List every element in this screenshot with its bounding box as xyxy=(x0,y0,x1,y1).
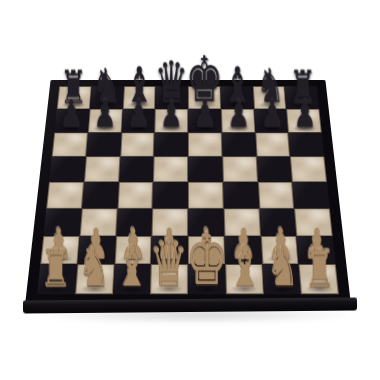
square-b6 xyxy=(86,132,121,156)
square-a5 xyxy=(49,157,86,182)
square-e1: ♚ xyxy=(188,264,226,294)
square-b7: ♟ xyxy=(88,109,123,132)
piece-contact-shadow xyxy=(117,285,146,294)
square-e7: ♟ xyxy=(188,109,221,132)
square-g2: ♟ xyxy=(260,236,298,265)
piece-contact-shadow xyxy=(225,102,250,109)
chess-set-photo: ♜♞♝♛♚♝♞♜♟♟♟♟♟♟♟♟♟♟♟♟♟♟♟♟♜♞♝♛♚♝♞♜ xyxy=(0,0,380,380)
square-f3 xyxy=(223,208,260,235)
square-d3 xyxy=(152,208,188,235)
square-e3 xyxy=(188,208,224,235)
piece-contact-shadow xyxy=(92,125,118,132)
piece-contact-shadow xyxy=(305,285,334,294)
square-e6 xyxy=(188,132,222,156)
piece-contact-shadow xyxy=(119,255,147,263)
piece-contact-shadow xyxy=(192,102,217,109)
board-perspective-wrap: ♜♞♝♛♚♝♞♜♟♟♟♟♟♟♟♟♟♟♟♟♟♟♟♟♜♞♝♛♚♝♞♜ xyxy=(39,33,337,331)
square-a3 xyxy=(43,208,81,235)
square-c1: ♝ xyxy=(113,264,152,294)
piece-contact-shadow xyxy=(159,125,184,132)
square-a7: ♟ xyxy=(54,109,89,132)
square-g8: ♞ xyxy=(252,86,286,109)
square-f1: ♝ xyxy=(225,264,264,294)
board-grid: ♜♞♝♛♚♝♞♜♟♟♟♟♟♟♟♟♟♟♟♟♟♟♟♟♜♞♝♛♚♝♞♜ xyxy=(37,86,339,294)
piece-contact-shadow xyxy=(229,255,257,263)
piece-contact-shadow xyxy=(79,285,108,294)
square-d6 xyxy=(154,132,188,156)
square-c7: ♟ xyxy=(121,109,155,132)
square-e4 xyxy=(188,182,223,208)
piece-contact-shadow xyxy=(58,125,84,132)
piece-contact-shadow xyxy=(94,102,119,109)
square-f5 xyxy=(222,157,257,182)
square-h4 xyxy=(292,182,330,208)
square-h2: ♟ xyxy=(297,236,336,265)
square-f4 xyxy=(223,182,259,208)
square-c3 xyxy=(116,208,153,235)
square-e2: ♟ xyxy=(188,236,225,265)
square-e5 xyxy=(188,157,223,182)
piece-contact-shadow xyxy=(45,255,74,263)
square-h5 xyxy=(290,157,327,182)
square-d4 xyxy=(153,182,188,208)
square-d5 xyxy=(153,157,188,182)
piece-contact-shadow xyxy=(192,125,217,132)
square-g3 xyxy=(259,208,297,235)
square-b2: ♟ xyxy=(77,236,115,265)
piece-contact-shadow xyxy=(302,255,331,263)
piece-contact-shadow xyxy=(257,102,282,109)
piece-contact-shadow xyxy=(155,285,184,294)
square-e8: ♚ xyxy=(188,86,221,109)
piece-contact-shadow xyxy=(126,102,151,109)
square-h3 xyxy=(294,208,332,235)
square-b4 xyxy=(82,182,119,208)
piece-contact-shadow xyxy=(159,102,184,109)
square-f8: ♝ xyxy=(220,86,253,109)
square-d7: ♟ xyxy=(155,109,188,132)
square-c6 xyxy=(120,132,155,156)
square-b1: ♞ xyxy=(75,264,114,294)
square-a6 xyxy=(52,132,88,156)
square-a1: ♜ xyxy=(37,264,77,294)
piece-contact-shadow xyxy=(230,285,259,294)
square-c5 xyxy=(119,157,154,182)
piece-contact-shadow xyxy=(266,255,295,263)
square-f7: ♟ xyxy=(221,109,255,132)
square-g6 xyxy=(255,132,290,156)
piece-contact-shadow xyxy=(225,125,251,132)
square-d1: ♛ xyxy=(150,264,188,294)
square-h6 xyxy=(288,132,324,156)
piece-contact-shadow xyxy=(125,125,151,132)
piece-contact-shadow xyxy=(61,102,86,109)
piece-contact-shadow xyxy=(192,285,221,294)
chess-board: ♜♞♝♛♚♝♞♜♟♟♟♟♟♟♟♟♟♟♟♟♟♟♟♟♜♞♝♛♚♝♞♜ xyxy=(25,80,351,303)
piece-contact-shadow xyxy=(258,125,284,132)
piece-contact-shadow xyxy=(192,255,220,263)
square-h1: ♜ xyxy=(299,264,339,294)
piece-contact-shadow xyxy=(82,255,111,263)
square-f6 xyxy=(221,132,256,156)
square-c4 xyxy=(117,182,153,208)
square-b5 xyxy=(84,157,120,182)
square-h8: ♜ xyxy=(285,86,320,109)
square-a2: ♟ xyxy=(40,236,79,265)
square-b3 xyxy=(79,208,117,235)
square-c2: ♟ xyxy=(114,236,152,265)
piece-contact-shadow xyxy=(290,102,315,109)
square-a4 xyxy=(46,182,84,208)
square-g4 xyxy=(258,182,295,208)
piece-contact-shadow xyxy=(292,125,318,132)
square-g5 xyxy=(256,157,292,182)
square-g7: ♟ xyxy=(254,109,289,132)
piece-contact-shadow xyxy=(42,285,71,294)
square-d2: ♟ xyxy=(151,236,188,265)
square-b8: ♞ xyxy=(90,86,124,109)
piece-contact-shadow xyxy=(267,285,296,294)
square-f2: ♟ xyxy=(224,236,262,265)
piece-contact-shadow xyxy=(156,255,184,263)
square-h7: ♟ xyxy=(286,109,321,132)
square-g1: ♞ xyxy=(262,264,301,294)
square-a8: ♜ xyxy=(57,86,92,109)
square-d8: ♛ xyxy=(155,86,188,109)
square-c8: ♝ xyxy=(122,86,155,109)
